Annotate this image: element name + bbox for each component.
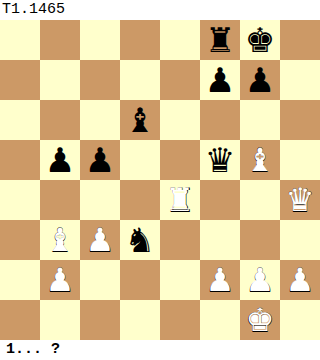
square-e4[interactable]: ♜♖ (160, 180, 200, 220)
square-a2[interactable] (0, 260, 40, 300)
square-f7[interactable]: ♟ (200, 60, 240, 100)
square-h6[interactable] (280, 100, 320, 140)
black-pawn: ♟ (80, 140, 120, 180)
square-h3[interactable] (280, 220, 320, 260)
square-g8[interactable]: ♚ (240, 20, 280, 60)
square-g2[interactable]: ♟♙ (240, 260, 280, 300)
square-h5[interactable] (280, 140, 320, 180)
square-d7[interactable] (120, 60, 160, 100)
square-h7[interactable] (280, 60, 320, 100)
square-c7[interactable] (80, 60, 120, 100)
white-pawn: ♟♙ (200, 260, 240, 300)
square-f4[interactable] (200, 180, 240, 220)
chess-board: ♜♚♟♟♝♟♟♛♝♗♜♖♛♕♝♗♟♙♞♟♙♟♙♟♙♟♙♚♔ (0, 20, 320, 340)
square-d5[interactable] (120, 140, 160, 180)
white-queen: ♛♕ (280, 180, 320, 220)
square-h2[interactable]: ♟♙ (280, 260, 320, 300)
square-a1[interactable] (0, 300, 40, 340)
square-e1[interactable] (160, 300, 200, 340)
black-pawn: ♟ (200, 60, 240, 100)
square-g5[interactable]: ♝♗ (240, 140, 280, 180)
puzzle-id: T1.1465 (0, 0, 320, 20)
white-pawn: ♟♙ (280, 260, 320, 300)
square-d2[interactable] (120, 260, 160, 300)
white-bishop: ♝♗ (40, 220, 80, 260)
square-e3[interactable] (160, 220, 200, 260)
square-f1[interactable] (200, 300, 240, 340)
square-g7[interactable]: ♟ (240, 60, 280, 100)
square-b2[interactable]: ♟♙ (40, 260, 80, 300)
square-a4[interactable] (0, 180, 40, 220)
black-rook: ♜ (200, 20, 240, 60)
square-b1[interactable] (40, 300, 80, 340)
square-h1[interactable] (280, 300, 320, 340)
square-b8[interactable] (40, 20, 80, 60)
square-f6[interactable] (200, 100, 240, 140)
square-h4[interactable]: ♛♕ (280, 180, 320, 220)
square-g4[interactable] (240, 180, 280, 220)
white-rook: ♜♖ (160, 180, 200, 220)
white-pawn: ♟♙ (240, 260, 280, 300)
square-c2[interactable] (80, 260, 120, 300)
square-a6[interactable] (0, 100, 40, 140)
white-king: ♚♔ (240, 300, 280, 340)
square-a5[interactable] (0, 140, 40, 180)
square-b4[interactable] (40, 180, 80, 220)
square-d1[interactable] (120, 300, 160, 340)
square-a3[interactable] (0, 220, 40, 260)
square-b6[interactable] (40, 100, 80, 140)
square-b3[interactable]: ♝♗ (40, 220, 80, 260)
square-a7[interactable] (0, 60, 40, 100)
white-pawn: ♟♙ (80, 220, 120, 260)
square-d4[interactable] (120, 180, 160, 220)
square-d8[interactable] (120, 20, 160, 60)
move-prompt: 1... ? (0, 340, 320, 360)
square-d6[interactable]: ♝ (120, 100, 160, 140)
square-c4[interactable] (80, 180, 120, 220)
square-g3[interactable] (240, 220, 280, 260)
square-f3[interactable] (200, 220, 240, 260)
white-pawn: ♟♙ (40, 260, 80, 300)
square-c1[interactable] (80, 300, 120, 340)
square-f5[interactable]: ♛ (200, 140, 240, 180)
black-pawn: ♟ (40, 140, 80, 180)
square-e8[interactable] (160, 20, 200, 60)
square-b5[interactable]: ♟ (40, 140, 80, 180)
white-bishop: ♝♗ (240, 140, 280, 180)
square-g1[interactable]: ♚♔ (240, 300, 280, 340)
square-f8[interactable]: ♜ (200, 20, 240, 60)
square-e2[interactable] (160, 260, 200, 300)
square-b7[interactable] (40, 60, 80, 100)
square-c5[interactable]: ♟ (80, 140, 120, 180)
square-e7[interactable] (160, 60, 200, 100)
black-pawn: ♟ (240, 60, 280, 100)
square-e5[interactable] (160, 140, 200, 180)
square-c6[interactable] (80, 100, 120, 140)
square-h8[interactable] (280, 20, 320, 60)
square-a8[interactable] (0, 20, 40, 60)
square-d3[interactable]: ♞ (120, 220, 160, 260)
black-king: ♚ (240, 20, 280, 60)
square-f2[interactable]: ♟♙ (200, 260, 240, 300)
square-c8[interactable] (80, 20, 120, 60)
black-bishop: ♝ (120, 100, 160, 140)
black-knight: ♞ (120, 220, 160, 260)
square-e6[interactable] (160, 100, 200, 140)
square-g6[interactable] (240, 100, 280, 140)
square-c3[interactable]: ♟♙ (80, 220, 120, 260)
black-queen: ♛ (200, 140, 240, 180)
